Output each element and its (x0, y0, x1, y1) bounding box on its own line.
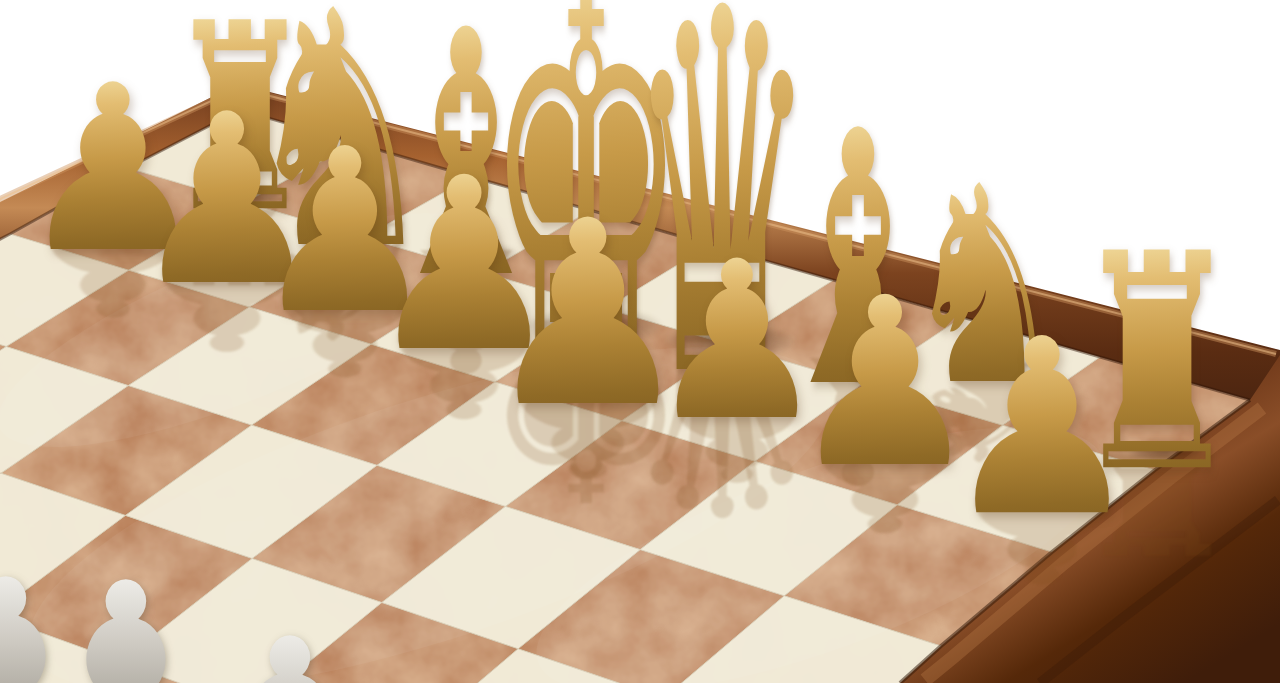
piece-brass-pawn-a2[interactable]: ♟ (942, 307, 1142, 550)
piece-pewter-pawn-foreground[interactable]: ♟ (175, 604, 404, 683)
chess-product-photo: ♜♜♞♞♟♟♝♝♟♟♟♟♚♚♟♟♛♛♝♝♞♞♟♟♟♟♜♜♟♟♟♟♟♟♟ (0, 0, 1280, 683)
